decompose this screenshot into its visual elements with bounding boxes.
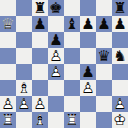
white-pawn-icon: ♙	[80, 80, 96, 96]
white-queen-icon: ♕	[0, 16, 16, 32]
black-pawn-piece[interactable]: ♟	[112, 16, 128, 32]
square-d6[interactable]: ♟	[48, 32, 64, 48]
square-a8[interactable]	[0, 0, 16, 16]
white-pawn-piece[interactable]: ♟♙	[80, 80, 96, 96]
white-rook-icon: ♖	[64, 112, 80, 128]
white-queen-piece[interactable]: ♛♕	[0, 16, 16, 32]
white-rook-icon: ♖	[0, 112, 16, 128]
square-d2[interactable]	[48, 96, 64, 112]
square-a4[interactable]	[0, 64, 16, 80]
square-f8[interactable]	[80, 0, 96, 16]
white-pawn-icon: ♙	[16, 96, 32, 112]
square-g2[interactable]	[96, 96, 112, 112]
black-pawn-piece[interactable]: ♟	[80, 64, 96, 80]
square-d8[interactable]: ♚	[48, 0, 64, 16]
square-b4[interactable]	[16, 64, 32, 80]
square-a7[interactable]: ♛♕	[0, 16, 16, 32]
square-d4[interactable]: ♟♙	[48, 64, 64, 80]
square-c6[interactable]	[32, 32, 48, 48]
square-h5[interactable]: ♞	[112, 48, 128, 64]
black-knight-piece[interactable]: ♞	[112, 48, 128, 64]
square-h1[interactable]: ♚♔	[112, 112, 128, 128]
black-pawn-piece[interactable]: ♟	[80, 16, 96, 32]
black-bishop-piece[interactable]: ♝	[64, 16, 80, 32]
square-f6[interactable]	[80, 32, 96, 48]
square-h8[interactable]: ♜	[112, 0, 128, 16]
black-pawn-icon: ♟	[32, 16, 48, 32]
square-c8[interactable]: ♜	[32, 0, 48, 16]
square-g5[interactable]: ♛	[96, 48, 112, 64]
black-bishop-icon: ♝	[64, 16, 80, 32]
black-rook-piece[interactable]: ♜	[32, 0, 48, 16]
square-g1[interactable]	[96, 112, 112, 128]
white-bishop-piece[interactable]: ♝♗	[16, 80, 32, 96]
square-h7[interactable]: ♟	[112, 16, 128, 32]
square-b7[interactable]	[16, 16, 32, 32]
square-c4[interactable]	[32, 64, 48, 80]
square-g7[interactable]: ♟	[96, 16, 112, 32]
square-e1[interactable]: ♜♖	[64, 112, 80, 128]
black-king-piece[interactable]: ♚	[48, 0, 64, 16]
square-b5[interactable]	[16, 48, 32, 64]
square-e3[interactable]	[64, 80, 80, 96]
square-c1[interactable]: ♝♗	[32, 112, 48, 128]
black-pawn-icon: ♟	[48, 32, 64, 48]
white-pawn-piece[interactable]: ♟♙	[32, 96, 48, 112]
square-a6[interactable]	[0, 32, 16, 48]
square-c2[interactable]: ♟♙	[32, 96, 48, 112]
square-f1[interactable]	[80, 112, 96, 128]
black-pawn-piece[interactable]: ♟	[48, 32, 64, 48]
square-b2[interactable]: ♟♙	[16, 96, 32, 112]
white-bishop-icon: ♗	[32, 112, 48, 128]
square-h4[interactable]	[112, 64, 128, 80]
white-bishop-icon: ♗	[16, 80, 32, 96]
square-g4[interactable]	[96, 64, 112, 80]
square-e4[interactable]	[64, 64, 80, 80]
square-h3[interactable]	[112, 80, 128, 96]
white-pawn-piece[interactable]: ♟♙	[48, 64, 64, 80]
white-pawn-icon: ♙	[32, 96, 48, 112]
square-d5[interactable]: ♟♙	[48, 48, 64, 64]
square-f2[interactable]	[80, 96, 96, 112]
square-f7[interactable]: ♟	[80, 16, 96, 32]
black-queen-piece[interactable]: ♛	[96, 48, 112, 64]
white-pawn-piece[interactable]: ♟♙	[48, 48, 64, 64]
black-rook-piece[interactable]: ♜	[112, 0, 128, 16]
square-b8[interactable]	[16, 0, 32, 16]
square-f3[interactable]: ♟♙	[80, 80, 96, 96]
square-f4[interactable]: ♟	[80, 64, 96, 80]
square-h6[interactable]	[112, 32, 128, 48]
square-e7[interactable]: ♝	[64, 16, 80, 32]
black-knight-icon: ♞	[112, 48, 128, 64]
black-pawn-piece[interactable]: ♟	[96, 16, 112, 32]
black-king-icon: ♚	[48, 0, 64, 16]
square-a2[interactable]: ♟♙	[0, 96, 16, 112]
white-king-piece[interactable]: ♚♔	[112, 112, 128, 128]
square-e2[interactable]	[64, 96, 80, 112]
square-e8[interactable]	[64, 0, 80, 16]
white-king-icon: ♔	[112, 112, 128, 128]
white-pawn-piece[interactable]: ♟♙	[0, 96, 16, 112]
square-h2[interactable]: ♟♙	[112, 96, 128, 112]
square-g6[interactable]	[96, 32, 112, 48]
square-c5[interactable]	[32, 48, 48, 64]
square-c3[interactable]	[32, 80, 48, 96]
square-f5[interactable]	[80, 48, 96, 64]
white-pawn-icon: ♙	[112, 96, 128, 112]
square-b3[interactable]: ♝♗	[16, 80, 32, 96]
black-pawn-icon: ♟	[96, 16, 112, 32]
chess-board: ♜♚♜♛♕♟♝♟♟♟♟♟♙♛♞♟♙♟♝♗♟♙♟♙♟♙♟♙♟♙♜♖♝♗♜♖♚♔	[0, 0, 128, 128]
white-pawn-piece[interactable]: ♟♙	[16, 96, 32, 112]
square-g8[interactable]	[96, 0, 112, 16]
white-pawn-icon: ♙	[0, 96, 16, 112]
square-d1[interactable]	[48, 112, 64, 128]
square-b1[interactable]	[16, 112, 32, 128]
white-pawn-icon: ♙	[48, 48, 64, 64]
white-rook-piece[interactable]: ♜♖	[64, 112, 80, 128]
white-bishop-piece[interactable]: ♝♗	[32, 112, 48, 128]
white-pawn-icon: ♙	[48, 64, 64, 80]
square-a1[interactable]: ♜♖	[0, 112, 16, 128]
square-g3[interactable]	[96, 80, 112, 96]
white-pawn-piece[interactable]: ♟♙	[112, 96, 128, 112]
square-a5[interactable]	[0, 48, 16, 64]
square-d7[interactable]	[48, 16, 64, 32]
square-e5[interactable]	[64, 48, 80, 64]
black-pawn-icon: ♟	[112, 16, 128, 32]
square-a3[interactable]	[0, 80, 16, 96]
black-rook-icon: ♜	[32, 0, 48, 16]
square-c7[interactable]: ♟	[32, 16, 48, 32]
square-d3[interactable]	[48, 80, 64, 96]
black-pawn-piece[interactable]: ♟	[32, 16, 48, 32]
square-b6[interactable]	[16, 32, 32, 48]
black-queen-icon: ♛	[96, 48, 112, 64]
black-pawn-icon: ♟	[80, 16, 96, 32]
black-pawn-icon: ♟	[80, 64, 96, 80]
black-rook-icon: ♜	[112, 0, 128, 16]
white-rook-piece[interactable]: ♜♖	[0, 112, 16, 128]
square-e6[interactable]	[64, 32, 80, 48]
